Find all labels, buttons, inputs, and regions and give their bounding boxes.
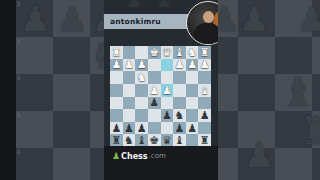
- square-b1[interactable]: ♞: [186, 46, 199, 59]
- square-g6[interactable]: [123, 109, 136, 122]
- white-knight: ♞: [187, 47, 197, 58]
- square-c7[interactable]: ♟: [173, 122, 186, 135]
- white-knight: ♞: [137, 72, 147, 83]
- video-frame: ♟ ♟ ♟ ♞ ♟ ♟ ♟ ♝ ♜ ♟ 2 3 4 5 6 ♟ ♟ antonk…: [0, 0, 320, 180]
- square-b4[interactable]: [186, 84, 199, 97]
- black-bishop: ♝: [137, 135, 147, 146]
- avatar-face: [203, 11, 214, 23]
- square-h2[interactable]: ♟: [110, 59, 123, 72]
- square-h6[interactable]: [110, 109, 123, 122]
- black-king: ♚: [149, 135, 159, 146]
- square-a7[interactable]: [198, 122, 211, 135]
- username: antonkimru: [110, 17, 161, 26]
- white-bishop: ♝: [200, 85, 210, 96]
- square-b6[interactable]: [186, 109, 199, 122]
- square-f5[interactable]: [135, 97, 148, 110]
- white-pawn: ♟: [124, 59, 134, 70]
- white-rook: ♜: [111, 47, 121, 58]
- strip-pawn-icon: ♟: [126, 0, 142, 10]
- square-e1[interactable]: ♚: [148, 46, 161, 59]
- square-c6[interactable]: ♞: [173, 109, 186, 122]
- square-e5[interactable]: ♟: [148, 97, 161, 110]
- black-bishop: ♝: [175, 135, 185, 146]
- strip-pawn-icon: ♟: [156, 0, 172, 10]
- black-pawn: ♟: [149, 97, 159, 108]
- square-g7[interactable]: ♟: [123, 122, 136, 135]
- video-content-strip: ♟ ♟ antonkimru ♜♚♛♝♞♜♟♟♟♟♟♟♞♟♟♝♟♟♞♟♟♟♟♟♟…: [104, 0, 218, 180]
- square-d1[interactable]: ♛: [161, 46, 174, 59]
- black-knight: ♞: [124, 135, 134, 146]
- bg-pawn-icon: ♟: [244, 138, 274, 172]
- square-f7[interactable]: ♟: [135, 122, 148, 135]
- square-d6[interactable]: ♟: [161, 109, 174, 122]
- white-pawn: ♟: [200, 59, 210, 70]
- square-a2[interactable]: ♟: [198, 59, 211, 72]
- white-bishop: ♝: [175, 47, 185, 58]
- square-f4[interactable]: [135, 84, 148, 97]
- white-pawn: ♟: [162, 85, 172, 96]
- bg-bishop-icon: ♝: [280, 72, 316, 112]
- white-rook: ♜: [200, 47, 210, 58]
- logo-tld: .com: [149, 153, 166, 160]
- background-left-bar: [0, 0, 16, 180]
- square-e6[interactable]: [148, 109, 161, 122]
- square-f2[interactable]: ♟: [135, 59, 148, 72]
- white-pawn: ♟: [111, 59, 121, 70]
- square-f1[interactable]: [135, 46, 148, 59]
- square-f6[interactable]: [135, 109, 148, 122]
- black-pawn: ♟: [175, 123, 185, 134]
- square-h5[interactable]: [110, 97, 123, 110]
- bg-rank-label: 5: [17, 113, 20, 118]
- square-d7[interactable]: [161, 122, 174, 135]
- chesscom-pawn-icon: ♟: [112, 152, 120, 161]
- square-g3[interactable]: [123, 71, 136, 84]
- black-pawn: ♟: [200, 110, 210, 121]
- square-d2[interactable]: [161, 59, 174, 72]
- square-a6[interactable]: ♟: [198, 109, 211, 122]
- bg-rank-label: 4: [17, 76, 20, 81]
- square-c3[interactable]: [173, 71, 186, 84]
- bg-pawn-icon: ♟: [239, 2, 269, 36]
- square-g5[interactable]: [123, 97, 136, 110]
- black-pawn: ♟: [124, 123, 134, 134]
- square-b7[interactable]: ♟: [186, 122, 199, 135]
- square-c1[interactable]: ♝: [173, 46, 186, 59]
- square-e3[interactable]: [148, 71, 161, 84]
- square-c2[interactable]: ♟: [173, 59, 186, 72]
- white-king: ♚: [149, 47, 159, 58]
- bg-rook-icon: ♜: [300, 112, 320, 150]
- bg-rank-label: 2: [17, 2, 20, 7]
- square-b3[interactable]: [186, 71, 199, 84]
- black-pawn: ♟: [187, 123, 197, 134]
- black-rook: ♜: [111, 135, 121, 146]
- square-c5[interactable]: [173, 97, 186, 110]
- square-e7[interactable]: [148, 122, 161, 135]
- white-queen: ♛: [162, 47, 172, 58]
- square-a5[interactable]: [198, 97, 211, 110]
- white-pawn: ♟: [149, 85, 159, 96]
- bg-rank-label: 3: [17, 39, 20, 44]
- white-pawn: ♟: [175, 59, 185, 70]
- bg-pawn-icon: ♟: [57, 2, 87, 36]
- square-g4[interactable]: [123, 84, 136, 97]
- white-pawn: ♟: [187, 59, 197, 70]
- square-f3[interactable]: ♞: [135, 71, 148, 84]
- bg-pawn-icon: ♟: [297, 2, 320, 36]
- black-pawn: ♟: [162, 110, 172, 121]
- square-a3[interactable]: [198, 71, 211, 84]
- square-g2[interactable]: ♟: [123, 59, 136, 72]
- bg-rank-label: 6: [17, 150, 20, 155]
- square-b5[interactable]: [186, 97, 199, 110]
- square-c4[interactable]: [173, 84, 186, 97]
- chesscom-logo: ♟ Chess .com: [112, 152, 166, 161]
- black-knight: ♞: [175, 110, 185, 121]
- webcam-avatar: [186, 1, 218, 45]
- square-e2[interactable]: [148, 59, 161, 72]
- square-h3[interactable]: [110, 71, 123, 84]
- bg-pawn-icon: ♟: [20, 2, 50, 36]
- logo-word: Chess: [121, 153, 148, 161]
- footer-bar: ♟ Chess .com: [104, 146, 218, 180]
- square-d5[interactable]: [161, 97, 174, 110]
- black-queen: ♛: [162, 135, 172, 146]
- square-b2[interactable]: ♟: [186, 59, 199, 72]
- square-h1[interactable]: ♜: [110, 46, 123, 59]
- square-e4[interactable]: ♟: [148, 84, 161, 97]
- black-rook: ♜: [200, 135, 210, 146]
- square-g1[interactable]: [123, 46, 136, 59]
- square-h4[interactable]: [110, 84, 123, 97]
- square-a1[interactable]: ♜: [198, 46, 211, 59]
- square-d4[interactable]: ♟: [161, 84, 174, 97]
- square-d3[interactable]: [161, 71, 174, 84]
- black-pawn: ♟: [111, 123, 121, 134]
- avatar-torso: [194, 23, 218, 45]
- white-pawn: ♟: [137, 59, 147, 70]
- black-pawn: ♟: [137, 123, 147, 134]
- chess-board[interactable]: ♜♚♛♝♞♜♟♟♟♟♟♟♞♟♟♝♟♟♞♟♟♟♟♟♟♜♞♝♚♛♝♜: [110, 46, 211, 147]
- square-a4[interactable]: ♝: [198, 84, 211, 97]
- square-h7[interactable]: ♟: [110, 122, 123, 135]
